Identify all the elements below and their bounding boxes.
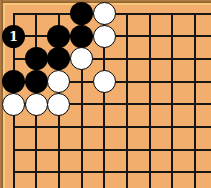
white-stone [93, 70, 116, 93]
black-stone [25, 70, 48, 93]
white-stone [2, 93, 25, 116]
white-stone [25, 93, 48, 116]
white-stone [47, 70, 70, 93]
black-stone [70, 25, 93, 48]
black-stone-move-1: 1 [2, 25, 25, 48]
black-stone [47, 47, 70, 70]
black-stone [70, 2, 93, 25]
black-stone [47, 25, 70, 48]
go-board: 1 [0, 0, 211, 188]
white-stone [70, 47, 93, 70]
black-stone [25, 47, 48, 70]
move-number-label: 1 [9, 29, 18, 42]
white-stone [93, 2, 116, 25]
white-stone [47, 93, 70, 116]
black-stone [2, 70, 25, 93]
stones-layer: 1 [2, 2, 206, 184]
white-stone [93, 25, 116, 48]
